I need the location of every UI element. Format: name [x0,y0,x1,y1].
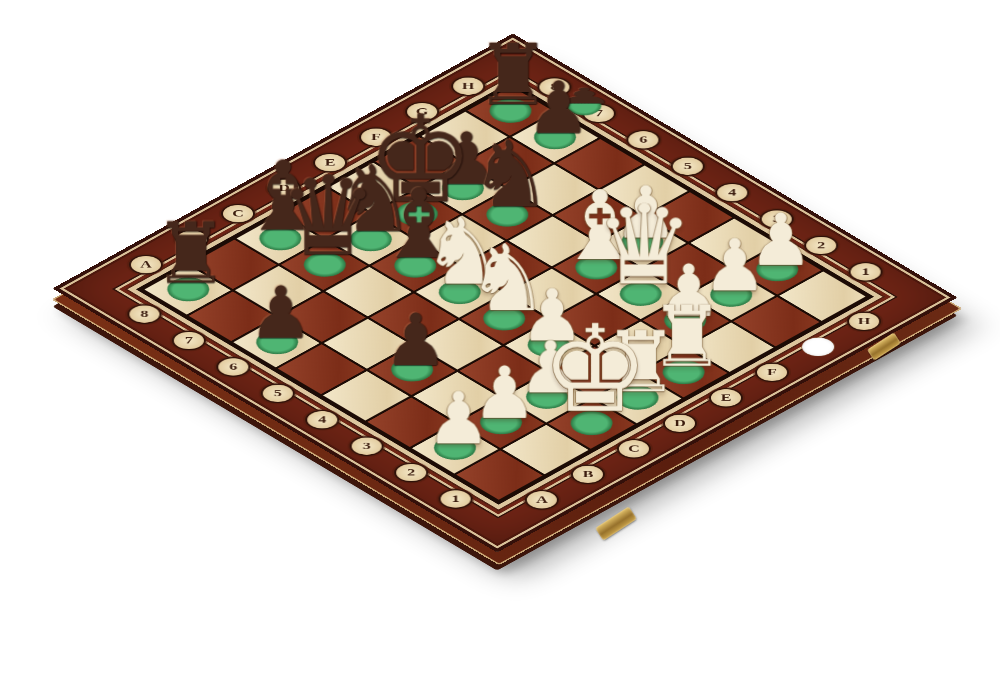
square-a2: ♟ [412,424,498,474]
chess-board: ♜♝♜♛♞♚♟♟♟♝♞♞♟♞♝♟♟♛♟♟♟♟♟♟♚♜♜ AA11BB22CC33… [53,33,958,552]
label-rank-5-right: 5 [672,157,702,174]
board-scene: ♜♝♜♛♞♚♟♟♟♝♞♞♟♞♝♟♟♛♟♟♟♟♟♟♚♜♜ AA11BB22CC33… [0,0,1000,700]
label-rank-6-left: 6 [218,358,248,375]
square-a6: ♟ [234,318,320,368]
label-file-h-near: H [849,313,879,330]
chess-photo-recreation: ♜♝♜♛♞♚♟♟♟♝♞♞♟♞♝♟♟♛♟♟♟♟♟♟♚♜♜ AA11BB22CC33… [0,0,1000,700]
white-dot-inlay [802,338,834,356]
label-rank-8-left: 8 [129,305,159,322]
